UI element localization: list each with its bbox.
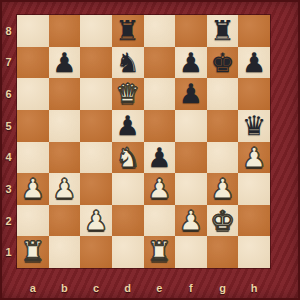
square-c5[interactable] <box>80 110 112 142</box>
square-d4[interactable]: ♞ <box>112 142 144 174</box>
square-f3[interactable] <box>175 173 207 205</box>
square-a4[interactable] <box>17 142 49 174</box>
piece-white-king[interactable]: ♚ <box>210 205 234 237</box>
square-e2[interactable] <box>144 205 176 237</box>
square-a5[interactable] <box>17 110 49 142</box>
file-label-c: c <box>80 279 112 297</box>
square-d1[interactable] <box>112 236 144 268</box>
file-label-b: b <box>49 279 81 297</box>
square-c1[interactable] <box>80 236 112 268</box>
piece-white-knight[interactable]: ♞ <box>116 142 140 174</box>
piece-white-pawn[interactable]: ♟ <box>147 173 171 205</box>
square-f7[interactable]: ♟ <box>175 47 207 79</box>
file-label-a: a <box>17 279 49 297</box>
square-b2[interactable] <box>49 205 81 237</box>
piece-white-pawn[interactable]: ♟ <box>242 142 266 174</box>
square-b3[interactable]: ♟ <box>49 173 81 205</box>
square-b4[interactable] <box>49 142 81 174</box>
piece-black-pawn[interactable]: ♟ <box>242 47 266 79</box>
piece-black-rook[interactable]: ♜ <box>116 15 140 47</box>
square-h2[interactable] <box>238 205 270 237</box>
square-e7[interactable] <box>144 47 176 79</box>
square-d8[interactable]: ♜ <box>112 15 144 47</box>
square-d2[interactable] <box>112 205 144 237</box>
square-h6[interactable] <box>238 78 270 110</box>
square-g8[interactable]: ♜ <box>207 15 239 47</box>
piece-white-pawn[interactable]: ♟ <box>21 173 45 205</box>
square-g3[interactable]: ♟ <box>207 173 239 205</box>
square-h5[interactable]: ♛ <box>238 110 270 142</box>
square-e3[interactable]: ♟ <box>144 173 176 205</box>
square-a2[interactable] <box>17 205 49 237</box>
square-h4[interactable]: ♟ <box>238 142 270 174</box>
piece-white-pawn[interactable]: ♟ <box>179 205 203 237</box>
square-b7[interactable]: ♟ <box>49 47 81 79</box>
rank-label-8: 8 <box>0 15 17 47</box>
rank-label-4: 4 <box>0 142 17 174</box>
file-label-e: e <box>144 279 176 297</box>
chess-board-frame: 87654321 ♜♜♟♞♟♚♟♛♟♟♛♞♟♟♟♟♟♟♟♟♚♜♜ abcdefg… <box>0 0 300 300</box>
square-d6[interactable]: ♛ <box>112 78 144 110</box>
square-e5[interactable] <box>144 110 176 142</box>
piece-black-pawn[interactable]: ♟ <box>52 47 76 79</box>
piece-white-pawn[interactable]: ♟ <box>210 173 234 205</box>
piece-white-rook[interactable]: ♜ <box>147 236 171 268</box>
square-e8[interactable] <box>144 15 176 47</box>
square-h3[interactable] <box>238 173 270 205</box>
piece-black-pawn[interactable]: ♟ <box>147 142 171 174</box>
square-e1[interactable]: ♜ <box>144 236 176 268</box>
square-c8[interactable] <box>80 15 112 47</box>
file-label-f: f <box>175 279 207 297</box>
rank-labels: 87654321 <box>0 15 17 268</box>
square-f5[interactable] <box>175 110 207 142</box>
square-f8[interactable] <box>175 15 207 47</box>
square-f1[interactable] <box>175 236 207 268</box>
square-h7[interactable]: ♟ <box>238 47 270 79</box>
square-b1[interactable] <box>49 236 81 268</box>
square-g5[interactable] <box>207 110 239 142</box>
rank-label-1: 1 <box>0 236 17 268</box>
file-label-g: g <box>207 279 239 297</box>
rank-label-2: 2 <box>0 205 17 237</box>
piece-black-queen[interactable]: ♛ <box>242 110 266 142</box>
square-e6[interactable] <box>144 78 176 110</box>
piece-black-pawn[interactable]: ♟ <box>179 47 203 79</box>
square-f4[interactable] <box>175 142 207 174</box>
square-g6[interactable] <box>207 78 239 110</box>
file-label-h: h <box>238 279 270 297</box>
piece-black-rook[interactable]: ♜ <box>210 15 234 47</box>
square-c2[interactable]: ♟ <box>80 205 112 237</box>
square-a8[interactable] <box>17 15 49 47</box>
file-label-d: d <box>112 279 144 297</box>
square-b6[interactable] <box>49 78 81 110</box>
square-c6[interactable] <box>80 78 112 110</box>
square-h1[interactable] <box>238 236 270 268</box>
piece-black-king[interactable]: ♚ <box>210 47 234 79</box>
piece-black-pawn[interactable]: ♟ <box>116 110 140 142</box>
square-h8[interactable] <box>238 15 270 47</box>
rank-label-5: 5 <box>0 110 17 142</box>
square-a1[interactable]: ♜ <box>17 236 49 268</box>
file-labels: abcdefgh <box>17 279 270 297</box>
square-g2[interactable]: ♚ <box>207 205 239 237</box>
square-b8[interactable] <box>49 15 81 47</box>
square-g1[interactable] <box>207 236 239 268</box>
square-d7[interactable]: ♞ <box>112 47 144 79</box>
square-c7[interactable] <box>80 47 112 79</box>
square-e4[interactable]: ♟ <box>144 142 176 174</box>
rank-label-7: 7 <box>0 47 17 79</box>
square-c3[interactable] <box>80 173 112 205</box>
square-d3[interactable] <box>112 173 144 205</box>
rank-label-6: 6 <box>0 78 17 110</box>
square-b5[interactable] <box>49 110 81 142</box>
piece-black-knight[interactable]: ♞ <box>116 47 140 79</box>
square-c4[interactable] <box>80 142 112 174</box>
square-f6[interactable]: ♟ <box>175 78 207 110</box>
piece-white-pawn[interactable]: ♟ <box>52 173 76 205</box>
square-f2[interactable]: ♟ <box>175 205 207 237</box>
square-g7[interactable]: ♚ <box>207 47 239 79</box>
square-a7[interactable] <box>17 47 49 79</box>
piece-black-pawn[interactable]: ♟ <box>179 78 203 110</box>
rank-label-3: 3 <box>0 173 17 205</box>
piece-white-pawn[interactable]: ♟ <box>84 205 108 237</box>
square-g4[interactable] <box>207 142 239 174</box>
piece-white-rook[interactable]: ♜ <box>21 236 45 268</box>
square-d5[interactable]: ♟ <box>112 110 144 142</box>
piece-white-queen[interactable]: ♛ <box>116 78 140 110</box>
chess-board[interactable]: ♜♜♟♞♟♚♟♛♟♟♛♞♟♟♟♟♟♟♟♟♚♜♜ <box>17 15 270 268</box>
square-a6[interactable] <box>17 78 49 110</box>
square-a3[interactable]: ♟ <box>17 173 49 205</box>
